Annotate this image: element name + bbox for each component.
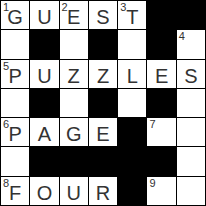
crossword-cell-r1c3[interactable]: 2E [60,1,88,29]
crossword-cell-r5c7[interactable] [177,118,205,146]
crossword-cell-r7c6[interactable]: 9 [147,177,175,205]
crossword-cell-r5c2[interactable]: A [30,118,58,146]
crossword-cell-r6c7[interactable] [177,147,205,175]
cell-letter: E [96,124,109,146]
crossword-cell-r7c1[interactable]: 8F [1,177,29,205]
crossword-cell-r2c3[interactable] [60,30,88,58]
black-cell-r4c6 [147,89,175,117]
black-cell-r4c2 [30,89,58,117]
crossword-cell-r3c2[interactable]: U [30,60,58,88]
black-cell-r5c5 [118,118,146,146]
black-cell-r6c4 [89,147,117,175]
cell-letter: A [38,124,51,146]
cell-number: 5 [3,61,9,72]
black-cell-r6c6 [147,147,175,175]
crossword-cell-r4c1[interactable] [1,89,29,117]
cell-number: 4 [179,31,185,42]
crossword-cell-r3c6[interactable]: E [147,60,175,88]
black-cell-r2c2 [30,30,58,58]
crossword-cell-r3c1[interactable]: 5P [1,60,29,88]
crossword-cell-r1c4[interactable]: S [89,1,117,29]
crossword-cell-r5c1[interactable]: 6P [1,118,29,146]
cell-number: 9 [149,178,155,189]
crossword-cell-r3c4[interactable]: Z [89,60,117,88]
cell-letter: R [96,183,110,205]
cell-letter: U [66,183,80,205]
cell-letter: U [37,7,51,29]
cell-letter: E [67,7,80,29]
crossword-cell-r2c7[interactable]: 4 [177,30,205,58]
cell-letter: Z [68,66,80,88]
cell-letter: O [37,183,53,205]
black-cell-r7c5 [118,177,146,205]
black-cell-r2c4 [89,30,117,58]
crossword-cell-r3c3[interactable]: Z [60,60,88,88]
cell-letter: Z [97,66,109,88]
cell-letter: E [155,66,168,88]
crossword-cell-r5c4[interactable]: E [89,118,117,146]
crossword-cell-r7c7[interactable] [177,177,205,205]
cell-letter: T [126,7,138,29]
crossword-cell-r3c5[interactable]: L [118,60,146,88]
crossword-cell-r1c2[interactable]: U [30,1,58,29]
cell-letter: P [8,66,21,88]
crossword-cell-r4c3[interactable] [60,89,88,117]
crossword-cell-r1c5[interactable]: 3T [118,1,146,29]
crossword-cell-r7c2[interactable]: O [30,177,58,205]
cell-letter: F [9,183,21,205]
cell-letter: S [96,7,109,29]
crossword-cell-r4c7[interactable] [177,89,205,117]
cell-letter: U [37,66,51,88]
cell-letter: P [8,124,21,146]
cell-number: 3 [120,2,126,13]
black-cell-r6c5 [118,147,146,175]
black-cell-r1c7 [177,1,205,29]
black-cell-r1c6 [147,1,175,29]
crossword-cell-r7c4[interactable]: R [89,177,117,205]
crossword-cell-r4c5[interactable] [118,89,146,117]
cell-letter: S [184,66,197,88]
black-cell-r4c4 [89,89,117,117]
crossword-cell-r2c5[interactable] [118,30,146,58]
crossword-cell-r5c6[interactable]: 7 [147,118,175,146]
crossword-cell-r5c3[interactable]: G [60,118,88,146]
black-cell-r6c3 [60,147,88,175]
crossword-cell-r3c7[interactable]: S [177,60,205,88]
cell-letter: G [66,124,82,146]
crossword-grid: 1GU2ES3T45PUZZLES6PAGE78FOUR9 [0,0,206,206]
crossword-cell-r7c3[interactable]: U [60,177,88,205]
crossword-cell-r2c1[interactable] [1,30,29,58]
cell-number: 1 [3,2,9,13]
black-cell-r2c6 [147,30,175,58]
crossword-cell-r6c1[interactable] [1,147,29,175]
cell-number: 6 [3,119,9,130]
cell-number: 7 [149,119,155,130]
black-cell-r6c2 [30,147,58,175]
cell-number: 2 [62,2,68,13]
cell-number: 8 [3,178,9,189]
cell-letter: L [127,66,138,88]
crossword-cell-r1c1[interactable]: 1G [1,1,29,29]
cell-letter: G [7,7,23,29]
